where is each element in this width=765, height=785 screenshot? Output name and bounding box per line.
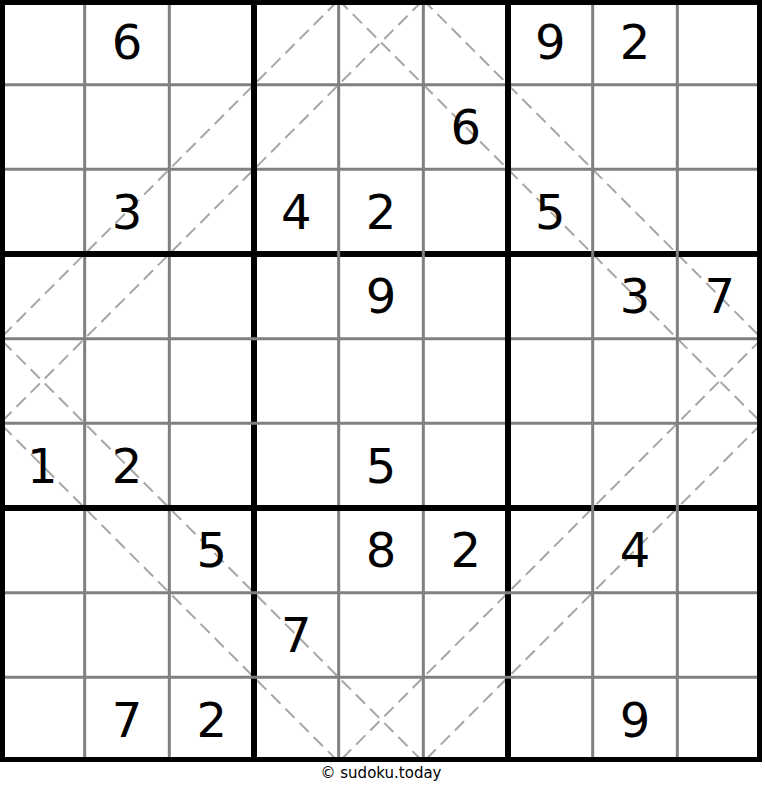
copyright-credit: © sudoku.today <box>0 764 762 782</box>
cell-r8c4[interactable]: 7 <box>254 593 339 678</box>
cell-r1c5[interactable] <box>339 0 424 85</box>
cell-r2c3[interactable] <box>169 85 254 170</box>
cell-r3c2[interactable]: 3 <box>85 169 170 254</box>
cell-r9c7[interactable] <box>508 677 593 762</box>
cell-r5c7[interactable] <box>508 339 593 424</box>
sudoku-board: 6926342593712558247729 <box>0 0 762 762</box>
cell-r3c5[interactable]: 2 <box>339 169 424 254</box>
cell-r6c2[interactable]: 2 <box>85 423 170 508</box>
cell-r3c4[interactable]: 4 <box>254 169 339 254</box>
cell-r8c2[interactable] <box>85 593 170 678</box>
cell-r6c1[interactable]: 1 <box>0 423 85 508</box>
cell-r7c2[interactable] <box>85 508 170 593</box>
cell-r7c5[interactable]: 8 <box>339 508 424 593</box>
cell-r3c9[interactable] <box>677 169 762 254</box>
cell-r7c1[interactable] <box>0 508 85 593</box>
cell-r2c6[interactable]: 6 <box>423 85 508 170</box>
cell-r6c8[interactable] <box>593 423 678 508</box>
cell-r1c7[interactable]: 9 <box>508 0 593 85</box>
cell-r3c8[interactable] <box>593 169 678 254</box>
cell-r6c7[interactable] <box>508 423 593 508</box>
cell-r8c5[interactable] <box>339 593 424 678</box>
cell-r9c5[interactable] <box>339 677 424 762</box>
cell-r5c8[interactable] <box>593 339 678 424</box>
cell-r4c2[interactable] <box>85 254 170 339</box>
cell-r5c3[interactable] <box>169 339 254 424</box>
cell-r1c6[interactable] <box>423 0 508 85</box>
cell-r3c3[interactable] <box>169 169 254 254</box>
cell-r9c9[interactable] <box>677 677 762 762</box>
cell-r8c1[interactable] <box>0 593 85 678</box>
cell-r4c9[interactable]: 7 <box>677 254 762 339</box>
cell-r6c4[interactable] <box>254 423 339 508</box>
cell-r5c4[interactable] <box>254 339 339 424</box>
cell-r8c3[interactable] <box>169 593 254 678</box>
cell-r7c4[interactable] <box>254 508 339 593</box>
cell-r6c9[interactable] <box>677 423 762 508</box>
cell-r2c1[interactable] <box>0 85 85 170</box>
cell-r4c3[interactable] <box>169 254 254 339</box>
cell-r3c1[interactable] <box>0 169 85 254</box>
cell-r5c2[interactable] <box>85 339 170 424</box>
cell-r2c4[interactable] <box>254 85 339 170</box>
cell-r5c6[interactable] <box>423 339 508 424</box>
cell-r8c7[interactable] <box>508 593 593 678</box>
cell-r2c2[interactable] <box>85 85 170 170</box>
cell-r2c8[interactable] <box>593 85 678 170</box>
cell-r1c4[interactable] <box>254 0 339 85</box>
cell-r1c2[interactable]: 6 <box>85 0 170 85</box>
cell-r4c5[interactable]: 9 <box>339 254 424 339</box>
cell-r7c8[interactable]: 4 <box>593 508 678 593</box>
cell-r8c9[interactable] <box>677 593 762 678</box>
cell-r8c6[interactable] <box>423 593 508 678</box>
cell-r6c3[interactable] <box>169 423 254 508</box>
cell-r6c5[interactable]: 5 <box>339 423 424 508</box>
cell-r3c6[interactable] <box>423 169 508 254</box>
cell-r9c1[interactable] <box>0 677 85 762</box>
cell-r2c9[interactable] <box>677 85 762 170</box>
cell-r1c3[interactable] <box>169 0 254 85</box>
cell-r9c3[interactable]: 2 <box>169 677 254 762</box>
cell-r9c8[interactable]: 9 <box>593 677 678 762</box>
cell-r1c1[interactable] <box>0 0 85 85</box>
cell-r2c7[interactable] <box>508 85 593 170</box>
cell-r8c8[interactable] <box>593 593 678 678</box>
cell-grid: 6926342593712558247729 <box>0 0 762 762</box>
cell-r9c4[interactable] <box>254 677 339 762</box>
cell-r5c1[interactable] <box>0 339 85 424</box>
cell-r1c8[interactable]: 2 <box>593 0 678 85</box>
cell-r3c7[interactable]: 5 <box>508 169 593 254</box>
cell-r4c8[interactable]: 3 <box>593 254 678 339</box>
cell-r2c5[interactable] <box>339 85 424 170</box>
cell-r7c6[interactable]: 2 <box>423 508 508 593</box>
cell-r9c2[interactable]: 7 <box>85 677 170 762</box>
cell-r7c3[interactable]: 5 <box>169 508 254 593</box>
cell-r4c1[interactable] <box>0 254 85 339</box>
cell-r4c4[interactable] <box>254 254 339 339</box>
cell-r5c5[interactable] <box>339 339 424 424</box>
cell-r5c9[interactable] <box>677 339 762 424</box>
cell-r7c7[interactable] <box>508 508 593 593</box>
cell-r9c6[interactable] <box>423 677 508 762</box>
cell-r4c7[interactable] <box>508 254 593 339</box>
cell-r4c6[interactable] <box>423 254 508 339</box>
cell-r7c9[interactable] <box>677 508 762 593</box>
cell-r6c6[interactable] <box>423 423 508 508</box>
cell-r1c9[interactable] <box>677 0 762 85</box>
